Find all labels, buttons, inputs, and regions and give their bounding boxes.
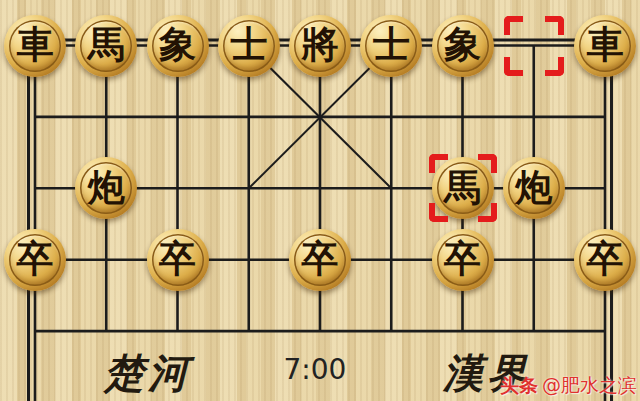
piece-glyph: 卒 bbox=[302, 240, 339, 277]
piece-glyph: 卒 bbox=[159, 240, 196, 277]
piece-black-elephant[interactable]: 象 bbox=[432, 15, 494, 77]
watermark: 头条@肥水之滨 bbox=[500, 373, 637, 399]
bracket-corner-tl bbox=[504, 16, 523, 35]
piece-black-soldier[interactable]: 卒 bbox=[4, 229, 66, 291]
piece-black-cannon[interactable]: 炮 bbox=[75, 157, 137, 219]
bracket-corner-bl bbox=[504, 57, 523, 76]
watermark-badge: 头条 bbox=[500, 374, 538, 396]
piece-black-chariot[interactable]: 車 bbox=[574, 15, 636, 77]
piece-glyph: 象 bbox=[444, 26, 481, 63]
piece-glyph: 車 bbox=[17, 26, 54, 63]
piece-black-chariot[interactable]: 車 bbox=[4, 15, 66, 77]
piece-black-advisor[interactable]: 士 bbox=[218, 15, 280, 77]
piece-glyph: 馬 bbox=[444, 169, 481, 206]
piece-glyph: 炮 bbox=[88, 169, 125, 206]
game-timer: 7:00 bbox=[284, 353, 347, 386]
piece-glyph: 象 bbox=[159, 26, 196, 63]
river-label-chu-he: 楚河 bbox=[104, 346, 192, 401]
piece-glyph: 將 bbox=[302, 26, 339, 63]
piece-black-cannon[interactable]: 炮 bbox=[503, 157, 565, 219]
piece-black-soldier[interactable]: 卒 bbox=[147, 229, 209, 291]
pieces-layer: 車馬象士將士象車炮馬炮卒卒卒卒卒 bbox=[0, 0, 640, 401]
piece-black-soldier[interactable]: 卒 bbox=[574, 229, 636, 291]
piece-glyph: 炮 bbox=[515, 169, 552, 206]
watermark-handle: @肥水之滨 bbox=[542, 374, 637, 396]
bracket-corner-br bbox=[545, 57, 564, 76]
piece-black-general[interactable]: 將 bbox=[289, 15, 351, 77]
piece-black-elephant[interactable]: 象 bbox=[147, 15, 209, 77]
last-move-origin-marker bbox=[504, 16, 564, 76]
bracket-corner-tr bbox=[545, 16, 564, 35]
piece-black-horse[interactable]: 馬 bbox=[75, 15, 137, 77]
piece-black-soldier[interactable]: 卒 bbox=[289, 229, 351, 291]
piece-glyph: 馬 bbox=[88, 26, 125, 63]
piece-glyph: 士 bbox=[373, 26, 410, 63]
piece-glyph: 卒 bbox=[587, 240, 624, 277]
piece-glyph: 卒 bbox=[444, 240, 481, 277]
piece-glyph: 卒 bbox=[17, 240, 54, 277]
piece-glyph: 車 bbox=[587, 26, 624, 63]
piece-black-horse[interactable]: 馬 bbox=[432, 157, 494, 219]
xiangqi-game-screen: 車馬象士將士象車炮馬炮卒卒卒卒卒 楚河 7:00 漢界 头条@肥水之滨 bbox=[0, 0, 640, 401]
piece-black-advisor[interactable]: 士 bbox=[360, 15, 422, 77]
piece-black-soldier[interactable]: 卒 bbox=[432, 229, 494, 291]
piece-glyph: 士 bbox=[230, 26, 267, 63]
